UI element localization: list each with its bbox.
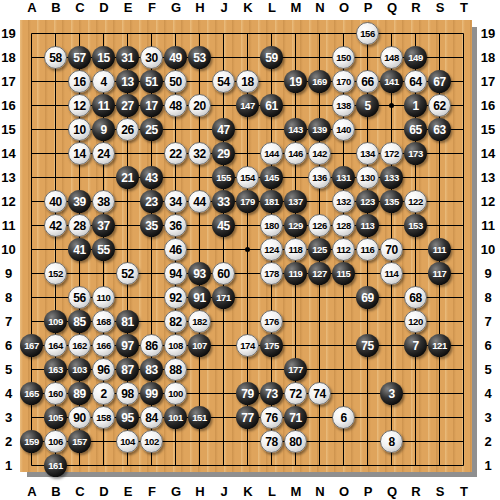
stone-black-23-F12: 23: [140, 190, 163, 213]
move-number: 125: [312, 245, 326, 255]
column-label-bottom-J: J: [214, 485, 234, 499]
move-number: 120: [408, 317, 422, 327]
move-number: 30: [145, 52, 157, 64]
row-label-left-2: 2: [0, 435, 17, 449]
stone-white-88-G5: 88: [164, 358, 187, 381]
stone-white-174-K6: 174: [236, 334, 259, 357]
stone-black-89-C4: 89: [68, 382, 91, 405]
row-label-right-12: 12: [479, 195, 497, 209]
row-label-left-1: 1: [0, 459, 17, 473]
stone-black-119-M9: 119: [284, 262, 307, 285]
move-number: 168: [96, 317, 110, 327]
move-number: 60: [217, 268, 229, 280]
stone-black-67-S17: 67: [428, 70, 451, 93]
stone-white-118-M10: 118: [284, 238, 307, 261]
move-number: 100: [168, 389, 182, 399]
stone-white-42-B11: 42: [44, 214, 67, 237]
stone-black-135-Q12: 135: [380, 190, 403, 213]
stone-white-16-C17: 16: [68, 70, 91, 93]
move-number: 55: [97, 244, 109, 256]
stone-black-153-R11: 153: [404, 214, 427, 237]
column-label-bottom-O: O: [334, 485, 354, 499]
stone-black-57-C18: 57: [68, 46, 91, 69]
stone-white-100-G4: 100: [164, 382, 187, 405]
stone-black-61-L16: 61: [260, 94, 283, 117]
move-number: 160: [48, 389, 62, 399]
stone-black-81-E7: 81: [116, 310, 139, 333]
move-number: 180: [264, 221, 278, 231]
move-number: 69: [361, 292, 373, 304]
move-number: 32: [193, 148, 205, 160]
stone-black-59-L18: 59: [260, 46, 283, 69]
move-number: 170: [336, 77, 350, 87]
stone-black-125-N10: 125: [308, 238, 331, 261]
row-label-left-7: 7: [0, 315, 17, 329]
move-number: 145: [264, 173, 278, 183]
move-number: 114: [385, 269, 399, 279]
column-label-bottom-L: L: [262, 485, 282, 499]
stone-white-22-G14: 22: [164, 142, 187, 165]
stone-white-80-M2: 80: [284, 430, 307, 453]
stone-black-121-S6: 121: [428, 334, 451, 357]
row-label-left-14: 14: [0, 147, 17, 161]
stone-white-132-O12: 132: [332, 190, 355, 213]
move-number: 137: [288, 197, 302, 207]
move-number: 68: [409, 292, 421, 304]
column-label-top-N: N: [310, 1, 330, 15]
column-label-top-D: D: [94, 1, 114, 15]
stone-white-94-G9: 94: [164, 262, 187, 285]
move-number: 20: [193, 100, 205, 112]
stone-black-25-F15: 25: [140, 118, 163, 141]
stone-black-107-H6: 107: [188, 334, 211, 357]
stone-white-148-Q18: 148: [380, 46, 403, 69]
move-number: 155: [216, 173, 230, 183]
stone-white-76-L3: 76: [260, 406, 283, 429]
move-number: 21: [121, 172, 133, 184]
move-number: 133: [384, 173, 398, 183]
stone-white-96-D5: 96: [92, 358, 115, 381]
stone-white-14-C14: 14: [68, 142, 91, 165]
move-number: 8: [388, 436, 394, 448]
move-number: 26: [121, 124, 133, 136]
move-number: 75: [361, 340, 373, 352]
stone-white-58-B18: 58: [44, 46, 67, 69]
move-number: 71: [289, 412, 301, 424]
move-number: 23: [145, 196, 157, 208]
row-label-right-9: 9: [479, 267, 497, 281]
move-number: 6: [340, 412, 346, 424]
move-number: 132: [336, 197, 350, 207]
move-number: 41: [73, 244, 85, 256]
move-number: 97: [121, 340, 133, 352]
stone-white-170-O17: 170: [332, 70, 355, 93]
stone-white-20-H16: 20: [188, 94, 211, 117]
stone-black-99-F4: 99: [140, 382, 163, 405]
stone-black-63-S15: 63: [428, 118, 451, 141]
move-number: 127: [312, 269, 326, 279]
stone-white-90-C3: 90: [68, 406, 91, 429]
move-number: 134: [360, 149, 374, 159]
stone-black-149-R18: 149: [404, 46, 427, 69]
move-number: 40: [49, 196, 61, 208]
stone-black-117-S9: 117: [428, 262, 451, 285]
stone-white-2-D4: 2: [92, 382, 115, 405]
move-number: 88: [169, 364, 181, 376]
stone-white-144-L14: 144: [260, 142, 283, 165]
move-number: 112: [337, 245, 351, 255]
move-number: 157: [72, 437, 86, 447]
stone-black-105-B3: 105: [44, 406, 67, 429]
move-number: 108: [168, 341, 182, 351]
move-number: 90: [73, 412, 85, 424]
stone-black-97-E6: 97: [116, 334, 139, 357]
move-number: 3: [388, 388, 394, 400]
move-number: 174: [240, 341, 254, 351]
stone-black-91-H8: 91: [188, 286, 211, 309]
go-board-widget: 1565857153130495359150148149164135150541…: [0, 0, 500, 500]
move-number: 119: [289, 269, 303, 279]
row-label-left-12: 12: [0, 195, 17, 209]
stone-black-131-O13: 131: [332, 166, 355, 189]
row-label-left-3: 3: [0, 411, 17, 425]
stone-white-172-Q14: 172: [380, 142, 403, 165]
stone-black-161-B1: 161: [44, 454, 67, 477]
stone-white-84-F3: 84: [140, 406, 163, 429]
move-number: 84: [145, 412, 157, 424]
stone-white-66-P17: 66: [356, 70, 379, 93]
column-label-bottom-A: A: [22, 485, 42, 499]
move-number: 161: [48, 461, 62, 471]
move-number: 106: [48, 437, 62, 447]
move-number: 103: [72, 365, 86, 375]
stone-white-52-E9: 52: [116, 262, 139, 285]
column-label-top-S: S: [430, 1, 450, 15]
stone-black-137-M12: 137: [284, 190, 307, 213]
stone-black-77-K3: 77: [236, 406, 259, 429]
stone-white-158-D3: 158: [92, 406, 115, 429]
move-number: 159: [24, 437, 38, 447]
stone-black-49-G18: 49: [164, 46, 187, 69]
row-label-left-9: 9: [0, 267, 17, 281]
move-number: 77: [241, 412, 253, 424]
stone-white-8-Q2: 8: [380, 430, 403, 453]
stone-white-130-P13: 130: [356, 166, 379, 189]
stone-black-129-M11: 129: [284, 214, 307, 237]
column-label-bottom-K: K: [238, 485, 258, 499]
stone-white-72-M4: 72: [284, 382, 307, 405]
move-number: 74: [313, 388, 325, 400]
stone-black-113-P11: 113: [356, 214, 379, 237]
move-number: 48: [169, 100, 181, 112]
stone-black-31-E18: 31: [116, 46, 139, 69]
move-number: 87: [121, 364, 133, 376]
move-number: 52: [121, 268, 133, 280]
stone-white-10-C15: 10: [68, 118, 91, 141]
stone-black-143-M15: 143: [284, 118, 307, 141]
row-label-right-11: 11: [479, 219, 497, 233]
stone-black-45-J11: 45: [212, 214, 235, 237]
stone-black-169-N17: 169: [308, 70, 331, 93]
row-label-left-15: 15: [0, 123, 17, 137]
column-label-top-T: T: [454, 1, 474, 15]
move-number: 39: [73, 196, 85, 208]
move-number: 167: [24, 341, 38, 351]
stone-white-152-B9: 152: [44, 262, 67, 285]
move-number: 142: [312, 149, 326, 159]
stone-black-83-F5: 83: [140, 358, 163, 381]
move-number: 9: [100, 124, 106, 136]
row-label-right-13: 13: [479, 171, 497, 185]
stone-black-157-C2: 157: [68, 430, 91, 453]
stone-black-177-M5: 177: [284, 358, 307, 381]
move-number: 149: [408, 53, 422, 63]
move-number: 79: [241, 388, 253, 400]
move-number: 43: [145, 172, 157, 184]
move-number: 169: [312, 77, 326, 87]
move-number: 152: [48, 269, 62, 279]
row-label-right-7: 7: [479, 315, 497, 329]
row-label-right-4: 4: [479, 387, 497, 401]
stone-white-136-N13: 136: [308, 166, 331, 189]
stone-white-38-D12: 38: [92, 190, 115, 213]
move-number: 122: [408, 197, 422, 207]
stone-black-71-M3: 71: [284, 406, 307, 429]
move-number: 148: [384, 53, 398, 63]
move-number: 34: [169, 196, 181, 208]
move-number: 33: [217, 196, 229, 208]
stone-white-6-O3: 6: [332, 406, 355, 429]
move-number: 91: [193, 292, 205, 304]
move-number: 70: [385, 244, 397, 256]
column-label-bottom-R: R: [406, 485, 426, 499]
row-label-left-19: 19: [0, 27, 17, 41]
stone-black-173-R14: 173: [404, 142, 427, 165]
stone-white-78-L2: 78: [260, 430, 283, 453]
column-label-top-A: A: [22, 1, 42, 15]
row-label-left-4: 4: [0, 387, 17, 401]
stone-black-15-D18: 15: [92, 46, 115, 69]
move-number: 113: [361, 221, 375, 231]
column-label-bottom-D: D: [94, 485, 114, 499]
stone-black-139-N15: 139: [308, 118, 331, 141]
row-label-right-2: 2: [479, 435, 497, 449]
move-number: 99: [145, 388, 157, 400]
move-number: 110: [97, 293, 111, 303]
stone-black-55-D10: 55: [92, 238, 115, 261]
move-number: 54: [217, 76, 229, 88]
stone-black-51-F17: 51: [140, 70, 163, 93]
move-number: 53: [193, 52, 205, 64]
move-number: 44: [193, 196, 205, 208]
move-number: 179: [240, 197, 254, 207]
move-number: 141: [384, 77, 398, 87]
move-number: 46: [169, 244, 181, 256]
stone-white-24-D14: 24: [92, 142, 115, 165]
stone-black-3-Q4: 3: [380, 382, 403, 405]
row-label-left-18: 18: [0, 51, 17, 65]
row-label-left-13: 13: [0, 171, 17, 185]
move-number: 4: [100, 76, 106, 88]
move-number: 146: [288, 149, 302, 159]
stone-black-163-B5: 163: [44, 358, 67, 381]
row-label-left-8: 8: [0, 291, 17, 305]
move-number: 64: [409, 76, 421, 88]
stone-black-93-H9: 93: [188, 262, 211, 285]
stone-white-176-L7: 176: [260, 310, 283, 333]
move-number: 172: [384, 149, 398, 159]
stone-white-62-S16: 62: [428, 94, 451, 117]
move-number: 151: [192, 413, 206, 423]
stone-black-69-P8: 69: [356, 286, 379, 309]
move-number: 19: [289, 76, 301, 88]
move-number: 175: [264, 341, 278, 351]
column-label-top-L: L: [262, 1, 282, 15]
stone-white-154-K13: 154: [236, 166, 259, 189]
stone-black-47-J15: 47: [212, 118, 235, 141]
stone-white-30-F18: 30: [140, 46, 163, 69]
column-label-top-K: K: [238, 1, 258, 15]
move-number: 182: [192, 317, 206, 327]
move-number: 130: [360, 173, 374, 183]
row-label-right-5: 5: [479, 363, 497, 377]
stone-black-17-F16: 17: [140, 94, 163, 117]
move-number: 61: [265, 100, 277, 112]
stone-black-7-R6: 7: [404, 334, 427, 357]
move-number: 164: [48, 341, 62, 351]
move-number: 116: [361, 245, 375, 255]
stone-black-111-S10: 111: [428, 238, 451, 261]
stone-black-39-C12: 39: [68, 190, 91, 213]
move-number: 124: [264, 245, 278, 255]
move-number: 115: [337, 269, 351, 279]
stone-black-53-H18: 53: [188, 46, 211, 69]
stone-white-106-B2: 106: [44, 430, 67, 453]
column-label-top-E: E: [118, 1, 138, 15]
column-label-top-M: M: [286, 1, 306, 15]
column-label-bottom-M: M: [286, 485, 306, 499]
move-number: 57: [73, 52, 85, 64]
stone-white-102-F2: 102: [140, 430, 163, 453]
stone-white-104-E2: 104: [116, 430, 139, 453]
stone-white-44-H12: 44: [188, 190, 211, 213]
stone-black-165-A4: 165: [20, 382, 43, 405]
move-number: 16: [73, 76, 85, 88]
stone-black-11-D16: 11: [92, 94, 115, 117]
stone-white-122-R12: 122: [404, 190, 427, 213]
move-number: 56: [73, 292, 85, 304]
move-number: 83: [145, 364, 157, 376]
goban-board[interactable]: 1565857153130495359150148149164135150541…: [20, 20, 472, 472]
stone-white-74-N4: 74: [308, 382, 331, 405]
stone-black-65-R15: 65: [404, 118, 427, 141]
stone-black-101-G3: 101: [164, 406, 187, 429]
stone-white-178-L9: 178: [260, 262, 283, 285]
stone-white-64-R17: 64: [404, 70, 427, 93]
move-number: 126: [312, 221, 326, 231]
row-label-right-15: 15: [479, 123, 497, 137]
move-number: 1: [412, 100, 418, 112]
stone-white-142-N14: 142: [308, 142, 331, 165]
move-number: 107: [192, 341, 206, 351]
stone-white-56-C8: 56: [68, 286, 91, 309]
move-number: 95: [121, 412, 133, 424]
move-number: 92: [169, 292, 181, 304]
row-label-right-6: 6: [479, 339, 497, 353]
stone-white-126-N11: 126: [308, 214, 331, 237]
stone-black-109-B7: 109: [44, 310, 67, 333]
column-label-bottom-B: B: [46, 485, 66, 499]
stone-white-162-C6: 162: [68, 334, 91, 357]
move-number: 181: [264, 197, 278, 207]
stone-black-35-F11: 35: [140, 214, 163, 237]
stone-black-9-D15: 9: [92, 118, 115, 141]
move-number: 76: [265, 412, 277, 424]
stone-white-70-Q10: 70: [380, 238, 403, 261]
move-number: 58: [49, 52, 61, 64]
row-label-right-19: 19: [479, 27, 497, 41]
move-number: 121: [432, 341, 446, 351]
move-number: 73: [265, 388, 277, 400]
move-number: 10: [73, 124, 85, 136]
move-number: 93: [193, 268, 205, 280]
stone-white-110-D8: 110: [92, 286, 115, 309]
stone-white-108-G6: 108: [164, 334, 187, 357]
stone-black-175-L6: 175: [260, 334, 283, 357]
stone-black-27-E16: 27: [116, 94, 139, 117]
stone-white-114-Q9: 114: [380, 262, 403, 285]
move-number: 45: [217, 220, 229, 232]
stone-black-43-F13: 43: [140, 166, 163, 189]
stone-black-19-M17: 19: [284, 70, 307, 93]
move-number: 85: [73, 316, 85, 328]
move-number: 131: [336, 173, 350, 183]
stone-white-98-E4: 98: [116, 382, 139, 405]
row-label-left-16: 16: [0, 99, 17, 113]
move-number: 105: [48, 413, 62, 423]
move-number: 82: [169, 316, 181, 328]
move-number: 59: [265, 52, 277, 64]
stone-white-28-C11: 28: [68, 214, 91, 237]
column-label-top-R: R: [406, 1, 426, 15]
move-number: 118: [289, 245, 303, 255]
move-number: 18: [241, 76, 253, 88]
move-number: 2: [100, 388, 106, 400]
stone-black-41-C10: 41: [68, 238, 91, 261]
move-number: 25: [145, 124, 157, 136]
move-number: 94: [169, 268, 181, 280]
move-number: 66: [361, 76, 373, 88]
stone-white-40-B12: 40: [44, 190, 67, 213]
move-number: 22: [169, 148, 181, 160]
stone-white-50-G17: 50: [164, 70, 187, 93]
stone-white-166-D6: 166: [92, 334, 115, 357]
move-number: 51: [145, 76, 157, 88]
stone-black-115-O9: 115: [332, 262, 355, 285]
column-label-top-P: P: [358, 1, 378, 15]
stone-black-79-K4: 79: [236, 382, 259, 405]
column-label-bottom-G: G: [166, 485, 186, 499]
stone-white-4-D17: 4: [92, 70, 115, 93]
stone-black-127-N9: 127: [308, 262, 331, 285]
move-number: 63: [433, 124, 445, 136]
row-label-right-1: 1: [479, 459, 497, 473]
row-label-right-3: 3: [479, 411, 497, 425]
column-label-bottom-T: T: [454, 485, 474, 499]
move-number: 129: [288, 221, 302, 231]
move-number: 171: [216, 293, 230, 303]
move-number: 38: [97, 196, 109, 208]
